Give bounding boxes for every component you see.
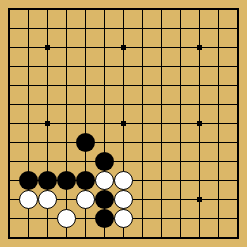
intersection-E11[interactable] (76, 38, 95, 57)
star-point (197, 197, 202, 202)
intersection-D7[interactable] (57, 114, 76, 133)
intersection-C13[interactable] (38, 0, 57, 19)
intersection-N10[interactable] (228, 57, 247, 76)
intersection-F2[interactable] (95, 209, 114, 228)
intersection-N6[interactable] (228, 133, 247, 152)
white-stone-D2[interactable] (57, 209, 76, 228)
intersection-L8[interactable] (190, 95, 209, 114)
intersection-E9[interactable] (76, 76, 95, 95)
intersection-F12[interactable] (95, 19, 114, 38)
intersection-K9[interactable] (171, 76, 190, 95)
intersection-L7[interactable] (190, 114, 209, 133)
intersection-G8[interactable] (114, 95, 133, 114)
intersection-C2[interactable] (38, 209, 57, 228)
intersection-C6[interactable] (38, 133, 57, 152)
intersection-B8[interactable] (19, 95, 38, 114)
intersection-D6[interactable] (57, 133, 76, 152)
intersection-H10[interactable] (133, 57, 152, 76)
intersection-C8[interactable] (38, 95, 57, 114)
intersection-G13[interactable] (114, 0, 133, 19)
intersection-H7[interactable] (133, 114, 152, 133)
intersection-A1[interactable] (0, 228, 19, 247)
intersection-E7[interactable] (76, 114, 95, 133)
intersection-A6[interactable] (0, 133, 19, 152)
black-stone-D4[interactable] (57, 171, 76, 190)
intersection-C1[interactable] (38, 228, 57, 247)
black-stone-E4[interactable] (76, 171, 95, 190)
intersection-A7[interactable] (0, 114, 19, 133)
intersection-J1[interactable] (152, 228, 171, 247)
intersection-B9[interactable] (19, 76, 38, 95)
star-point (45, 45, 50, 50)
intersection-G4[interactable] (114, 171, 133, 190)
intersection-L12[interactable] (190, 19, 209, 38)
intersection-B7[interactable] (19, 114, 38, 133)
intersection-B13[interactable] (19, 0, 38, 19)
intersection-L2[interactable] (190, 209, 209, 228)
intersection-K12[interactable] (171, 19, 190, 38)
black-stone-C4[interactable] (38, 171, 57, 190)
intersection-C5[interactable] (38, 152, 57, 171)
intersection-J2[interactable] (152, 209, 171, 228)
intersection-C11[interactable] (38, 38, 57, 57)
intersection-H13[interactable] (133, 0, 152, 19)
intersection-L5[interactable] (190, 152, 209, 171)
intersection-K2[interactable] (171, 209, 190, 228)
intersection-B3[interactable] (19, 190, 38, 209)
goban-grid (0, 0, 247, 247)
intersection-F3[interactable] (95, 190, 114, 209)
intersection-D11[interactable] (57, 38, 76, 57)
intersection-H1[interactable] (133, 228, 152, 247)
intersection-B4[interactable] (19, 171, 38, 190)
intersection-J4[interactable] (152, 171, 171, 190)
intersection-J13[interactable] (152, 0, 171, 19)
intersection-D4[interactable] (57, 171, 76, 190)
intersection-G6[interactable] (114, 133, 133, 152)
intersection-L6[interactable] (190, 133, 209, 152)
intersection-E12[interactable] (76, 19, 95, 38)
intersection-H8[interactable] (133, 95, 152, 114)
intersection-F10[interactable] (95, 57, 114, 76)
intersection-C4[interactable] (38, 171, 57, 190)
intersection-L13[interactable] (190, 0, 209, 19)
intersection-H2[interactable] (133, 209, 152, 228)
intersection-D10[interactable] (57, 57, 76, 76)
intersection-G7[interactable] (114, 114, 133, 133)
intersection-D2[interactable] (57, 209, 76, 228)
intersection-M6[interactable] (209, 133, 228, 152)
intersection-K5[interactable] (171, 152, 190, 171)
white-stone-C3[interactable] (38, 190, 57, 209)
intersection-H6[interactable] (133, 133, 152, 152)
black-stone-F2[interactable] (95, 209, 114, 228)
intersection-M7[interactable] (209, 114, 228, 133)
intersection-M11[interactable] (209, 38, 228, 57)
intersection-J12[interactable] (152, 19, 171, 38)
intersection-E10[interactable] (76, 57, 95, 76)
intersection-F6[interactable] (95, 133, 114, 152)
intersection-K6[interactable] (171, 133, 190, 152)
intersection-E8[interactable] (76, 95, 95, 114)
black-stone-E6[interactable] (76, 133, 95, 152)
intersection-L1[interactable] (190, 228, 209, 247)
intersection-C7[interactable] (38, 114, 57, 133)
intersection-H11[interactable] (133, 38, 152, 57)
go-board (0, 0, 247, 247)
intersection-C12[interactable] (38, 19, 57, 38)
intersection-J9[interactable] (152, 76, 171, 95)
star-point (45, 121, 50, 126)
intersection-D9[interactable] (57, 76, 76, 95)
intersection-F11[interactable] (95, 38, 114, 57)
intersection-G5[interactable] (114, 152, 133, 171)
intersection-G12[interactable] (114, 19, 133, 38)
intersection-G3[interactable] (114, 190, 133, 209)
intersection-D12[interactable] (57, 19, 76, 38)
intersection-C9[interactable] (38, 76, 57, 95)
intersection-G2[interactable] (114, 209, 133, 228)
intersection-L4[interactable] (190, 171, 209, 190)
intersection-B1[interactable] (19, 228, 38, 247)
intersection-D8[interactable] (57, 95, 76, 114)
intersection-M9[interactable] (209, 76, 228, 95)
intersection-N5[interactable] (228, 152, 247, 171)
intersection-B12[interactable] (19, 19, 38, 38)
intersection-E1[interactable] (76, 228, 95, 247)
intersection-J5[interactable] (152, 152, 171, 171)
star-point (121, 45, 126, 50)
intersection-D5[interactable] (57, 152, 76, 171)
intersection-N12[interactable] (228, 19, 247, 38)
intersection-H4[interactable] (133, 171, 152, 190)
intersection-M4[interactable] (209, 171, 228, 190)
intersection-E4[interactable] (76, 171, 95, 190)
intersection-N3[interactable] (228, 190, 247, 209)
star-point (197, 45, 202, 50)
intersection-M8[interactable] (209, 95, 228, 114)
intersection-N11[interactable] (228, 38, 247, 57)
intersection-G9[interactable] (114, 76, 133, 95)
intersection-J6[interactable] (152, 133, 171, 152)
black-stone-B4[interactable] (19, 171, 38, 190)
intersection-A5[interactable] (0, 152, 19, 171)
intersection-H12[interactable] (133, 19, 152, 38)
intersection-N4[interactable] (228, 171, 247, 190)
intersection-C10[interactable] (38, 57, 57, 76)
intersection-A9[interactable] (0, 76, 19, 95)
intersection-B6[interactable] (19, 133, 38, 152)
intersection-F13[interactable] (95, 0, 114, 19)
intersection-M5[interactable] (209, 152, 228, 171)
intersection-A12[interactable] (0, 19, 19, 38)
intersection-K4[interactable] (171, 171, 190, 190)
white-stone-G3[interactable] (114, 190, 133, 209)
intersection-N2[interactable] (228, 209, 247, 228)
intersection-B2[interactable] (19, 209, 38, 228)
intersection-E2[interactable] (76, 209, 95, 228)
intersection-A10[interactable] (0, 57, 19, 76)
intersection-M2[interactable] (209, 209, 228, 228)
intersection-K13[interactable] (171, 0, 190, 19)
intersection-A8[interactable] (0, 95, 19, 114)
intersection-N7[interactable] (228, 114, 247, 133)
white-stone-E3[interactable] (76, 190, 95, 209)
intersection-N9[interactable] (228, 76, 247, 95)
intersection-F9[interactable] (95, 76, 114, 95)
intersection-B10[interactable] (19, 57, 38, 76)
intersection-K10[interactable] (171, 57, 190, 76)
intersection-K3[interactable] (171, 190, 190, 209)
intersection-H9[interactable] (133, 76, 152, 95)
intersection-M10[interactable] (209, 57, 228, 76)
white-stone-G2[interactable] (114, 209, 133, 228)
intersection-L9[interactable] (190, 76, 209, 95)
intersection-L3[interactable] (190, 190, 209, 209)
intersection-L11[interactable] (190, 38, 209, 57)
intersection-A4[interactable] (0, 171, 19, 190)
intersection-F5[interactable] (95, 152, 114, 171)
intersection-H5[interactable] (133, 152, 152, 171)
intersection-D13[interactable] (57, 0, 76, 19)
black-stone-F5[interactable] (95, 152, 114, 171)
intersection-J3[interactable] (152, 190, 171, 209)
intersection-K11[interactable] (171, 38, 190, 57)
intersection-C3[interactable] (38, 190, 57, 209)
intersection-M12[interactable] (209, 19, 228, 38)
intersection-A11[interactable] (0, 38, 19, 57)
intersection-E13[interactable] (76, 0, 95, 19)
intersection-N13[interactable] (228, 0, 247, 19)
intersection-F1[interactable] (95, 228, 114, 247)
intersection-H3[interactable] (133, 190, 152, 209)
intersection-N1[interactable] (228, 228, 247, 247)
intersection-K8[interactable] (171, 95, 190, 114)
intersection-K7[interactable] (171, 114, 190, 133)
intersection-G10[interactable] (114, 57, 133, 76)
intersection-M13[interactable] (209, 0, 228, 19)
intersection-E5[interactable] (76, 152, 95, 171)
intersection-B5[interactable] (19, 152, 38, 171)
intersection-E6[interactable] (76, 133, 95, 152)
intersection-M1[interactable] (209, 228, 228, 247)
intersection-L10[interactable] (190, 57, 209, 76)
intersection-J10[interactable] (152, 57, 171, 76)
intersection-D1[interactable] (57, 228, 76, 247)
star-point (121, 121, 126, 126)
white-stone-B3[interactable] (19, 190, 38, 209)
intersection-A2[interactable] (0, 209, 19, 228)
intersection-J11[interactable] (152, 38, 171, 57)
intersection-E3[interactable] (76, 190, 95, 209)
intersection-B11[interactable] (19, 38, 38, 57)
intersection-A3[interactable] (0, 190, 19, 209)
intersection-M3[interactable] (209, 190, 228, 209)
star-point (197, 121, 202, 126)
intersection-J7[interactable] (152, 114, 171, 133)
intersection-J8[interactable] (152, 95, 171, 114)
intersection-F7[interactable] (95, 114, 114, 133)
intersection-F4[interactable] (95, 171, 114, 190)
intersection-K1[interactable] (171, 228, 190, 247)
intersection-G11[interactable] (114, 38, 133, 57)
intersection-D3[interactable] (57, 190, 76, 209)
white-stone-F4[interactable] (95, 171, 114, 190)
intersection-F8[interactable] (95, 95, 114, 114)
white-stone-G4[interactable] (114, 171, 133, 190)
intersection-A13[interactable] (0, 0, 19, 19)
black-stone-F3[interactable] (95, 190, 114, 209)
intersection-G1[interactable] (114, 228, 133, 247)
intersection-N8[interactable] (228, 95, 247, 114)
